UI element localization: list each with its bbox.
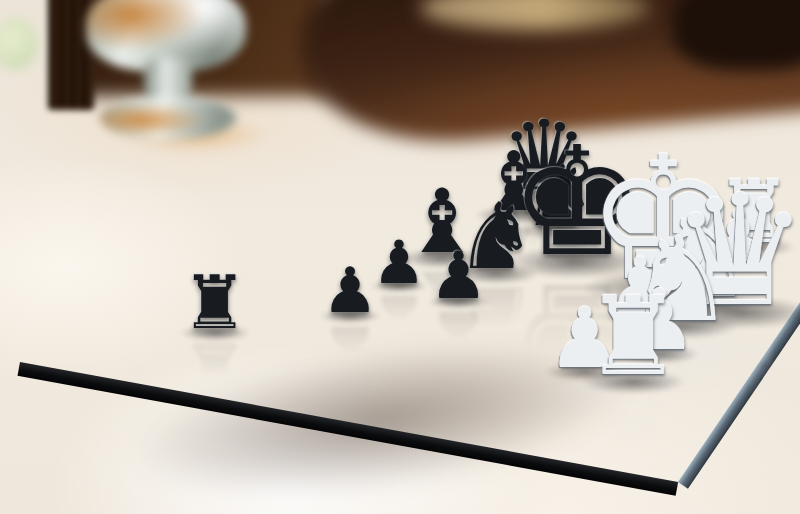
piece-black-pawn-b2[interactable]: ♟: [322, 260, 378, 323]
piece-white-rook-g2[interactable]: ♜: [585, 284, 683, 393]
silver-vase: [78, 0, 258, 150]
piece-black-pawn-b3[interactable]: ♟: [372, 232, 425, 292]
piece-black-rook-a1[interactable]: ♜: [182, 266, 248, 340]
chess-photo-scene: ♜♜♟♟♟♟♟♟♝♝♞♞♚♚♝♝♞♞♛♛♟♟♜♜♟♟♟♟♞♞♚♚♞♞♛♛♟♟♟♟…: [0, 0, 800, 514]
sofa-dark-corner: [672, 0, 800, 70]
vase-foot: [100, 96, 236, 140]
glass-blob: [0, 18, 38, 70]
piece-black-pawn-c3[interactable]: ♟: [429, 243, 487, 308]
